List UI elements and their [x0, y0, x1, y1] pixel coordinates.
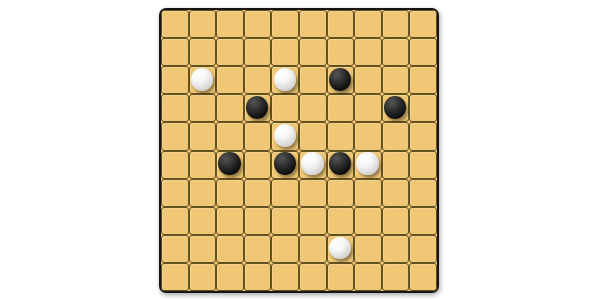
cell-2-6[interactable] [216, 179, 244, 207]
cell-0-8[interactable] [161, 235, 189, 263]
black-stone [384, 96, 406, 119]
cell-7-2[interactable] [354, 66, 382, 94]
black-stone [329, 152, 351, 175]
cell-4-7[interactable] [271, 207, 299, 235]
cell-0-7[interactable] [161, 207, 189, 235]
cell-3-0[interactable] [244, 10, 272, 38]
cell-4-1[interactable] [271, 38, 299, 66]
black-stone [274, 152, 296, 175]
page-background [0, 0, 590, 300]
cell-7-7[interactable] [354, 207, 382, 235]
cell-8-4[interactable] [382, 122, 410, 150]
cell-4-0[interactable] [271, 10, 299, 38]
cell-2-3[interactable] [216, 94, 244, 122]
cell-5-8[interactable] [299, 235, 327, 263]
cell-0-2[interactable] [161, 66, 189, 94]
cell-2-4[interactable] [216, 122, 244, 150]
cell-7-1[interactable] [354, 38, 382, 66]
cell-8-0[interactable] [382, 10, 410, 38]
cell-5-1[interactable] [299, 38, 327, 66]
cell-9-3[interactable] [409, 94, 437, 122]
cell-7-8[interactable] [354, 235, 382, 263]
white-stone [329, 237, 351, 260]
cell-8-5[interactable] [382, 151, 410, 179]
cell-4-6[interactable] [271, 179, 299, 207]
cell-3-8[interactable] [244, 235, 272, 263]
white-stone [356, 152, 378, 175]
cell-9-0[interactable] [409, 10, 437, 38]
cell-7-9[interactable] [354, 263, 382, 291]
cell-8-8[interactable] [382, 235, 410, 263]
cell-3-9[interactable] [244, 263, 272, 291]
cell-2-0[interactable] [216, 10, 244, 38]
cell-1-3[interactable] [189, 94, 217, 122]
cell-1-8[interactable] [189, 235, 217, 263]
cell-9-8[interactable] [409, 235, 437, 263]
cell-8-3[interactable] [382, 94, 410, 122]
cell-3-4[interactable] [244, 122, 272, 150]
cell-9-5[interactable] [409, 151, 437, 179]
cell-4-9[interactable] [271, 263, 299, 291]
cell-6-8[interactable] [327, 235, 355, 263]
cell-1-9[interactable] [189, 263, 217, 291]
cell-9-4[interactable] [409, 122, 437, 150]
cell-7-0[interactable] [354, 10, 382, 38]
cell-7-6[interactable] [354, 179, 382, 207]
cell-0-4[interactable] [161, 122, 189, 150]
cell-4-8[interactable] [271, 235, 299, 263]
cell-0-6[interactable] [161, 179, 189, 207]
cell-5-0[interactable] [299, 10, 327, 38]
cell-0-5[interactable] [161, 151, 189, 179]
cell-1-6[interactable] [189, 179, 217, 207]
cell-3-5[interactable] [244, 151, 272, 179]
cell-6-3[interactable] [327, 94, 355, 122]
cell-3-6[interactable] [244, 179, 272, 207]
black-stone [329, 68, 351, 91]
cell-5-3[interactable] [299, 94, 327, 122]
cell-5-7[interactable] [299, 207, 327, 235]
cell-6-1[interactable] [327, 38, 355, 66]
cell-1-4[interactable] [189, 122, 217, 150]
cell-6-4[interactable] [327, 122, 355, 150]
cell-1-7[interactable] [189, 207, 217, 235]
cell-7-4[interactable] [354, 122, 382, 150]
cell-9-2[interactable] [409, 66, 437, 94]
cell-3-1[interactable] [244, 38, 272, 66]
cell-7-3[interactable] [354, 94, 382, 122]
cell-2-9[interactable] [216, 263, 244, 291]
white-stone [191, 68, 213, 91]
white-stone [274, 124, 296, 147]
cell-5-9[interactable] [299, 263, 327, 291]
cell-8-6[interactable] [382, 179, 410, 207]
cell-2-1[interactable] [216, 38, 244, 66]
cell-3-3[interactable] [244, 94, 272, 122]
cell-3-7[interactable] [244, 207, 272, 235]
cell-9-1[interactable] [409, 38, 437, 66]
black-stone [218, 152, 240, 175]
cell-5-2[interactable] [299, 66, 327, 94]
cell-9-6[interactable] [409, 179, 437, 207]
cell-6-9[interactable] [327, 263, 355, 291]
cell-9-9[interactable] [409, 263, 437, 291]
cell-4-5[interactable] [271, 151, 299, 179]
cell-2-5[interactable] [216, 151, 244, 179]
black-stone [246, 96, 268, 119]
cell-0-1[interactable] [161, 38, 189, 66]
cell-1-5[interactable] [189, 151, 217, 179]
cell-2-8[interactable] [216, 235, 244, 263]
cell-2-7[interactable] [216, 207, 244, 235]
cell-2-2[interactable] [216, 66, 244, 94]
cell-6-5[interactable] [327, 151, 355, 179]
cell-4-3[interactable] [271, 94, 299, 122]
cell-8-7[interactable] [382, 207, 410, 235]
cell-0-0[interactable] [161, 10, 189, 38]
cell-1-1[interactable] [189, 38, 217, 66]
cell-4-2[interactable] [271, 66, 299, 94]
go-board [159, 8, 439, 293]
cell-4-4[interactable] [271, 122, 299, 150]
cell-5-6[interactable] [299, 179, 327, 207]
cell-6-6[interactable] [327, 179, 355, 207]
cell-9-7[interactable] [409, 207, 437, 235]
cell-8-9[interactable] [382, 263, 410, 291]
cell-0-9[interactable] [161, 263, 189, 291]
cell-7-5[interactable] [354, 151, 382, 179]
cell-6-2[interactable] [327, 66, 355, 94]
cell-1-2[interactable] [189, 66, 217, 94]
cell-6-0[interactable] [327, 10, 355, 38]
cell-6-7[interactable] [327, 207, 355, 235]
white-stone [301, 152, 323, 175]
white-stone [274, 68, 296, 91]
cell-5-4[interactable] [299, 122, 327, 150]
cell-3-2[interactable] [244, 66, 272, 94]
cell-5-5[interactable] [299, 151, 327, 179]
cell-1-0[interactable] [189, 10, 217, 38]
cell-8-2[interactable] [382, 66, 410, 94]
cell-8-1[interactable] [382, 38, 410, 66]
cell-0-3[interactable] [161, 94, 189, 122]
